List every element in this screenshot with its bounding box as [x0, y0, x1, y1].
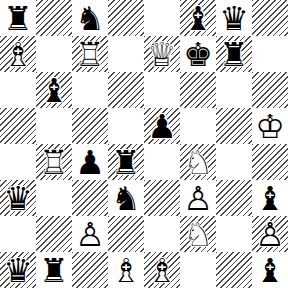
piece-halo: ♜ — [36, 144, 72, 180]
square-f1[interactable] — [180, 252, 216, 288]
square-e5[interactable]: ♟♟ — [144, 108, 180, 144]
piece-white-rook-c7: ♖ — [72, 36, 108, 72]
square-h3[interactable]: ♝♝ — [252, 180, 288, 216]
piece-halo: ♝ — [180, 0, 216, 36]
square-h1[interactable]: ♝♝ — [252, 252, 288, 288]
square-f2[interactable]: ♞♘ — [180, 216, 216, 252]
piece-white-pawn-h2: ♙ — [252, 216, 288, 252]
piece-black-queen-a1: ♛ — [0, 252, 36, 288]
square-f8[interactable]: ♝♝ — [180, 0, 216, 36]
piece-halo: ♝ — [108, 252, 144, 288]
piece-halo: ♜ — [216, 36, 252, 72]
square-d4[interactable]: ♜♜ — [108, 144, 144, 180]
square-a1[interactable]: ♛♛ — [0, 252, 36, 288]
square-d5[interactable] — [108, 108, 144, 144]
piece-halo: ♟ — [180, 180, 216, 216]
piece-white-knight-f4: ♘ — [180, 144, 216, 180]
square-e3[interactable] — [144, 180, 180, 216]
square-g5[interactable] — [216, 108, 252, 144]
square-h5[interactable]: ♚♔ — [252, 108, 288, 144]
square-c1[interactable] — [72, 252, 108, 288]
piece-black-pawn-c4: ♟ — [72, 144, 108, 180]
square-c6[interactable] — [72, 72, 108, 108]
piece-white-knight-f2: ♘ — [180, 216, 216, 252]
square-b8[interactable] — [36, 0, 72, 36]
piece-white-queen-e7: ♕ — [144, 36, 180, 72]
piece-halo: ♝ — [252, 180, 288, 216]
piece-halo: ♝ — [144, 252, 180, 288]
square-b1[interactable]: ♜♜ — [36, 252, 72, 288]
square-g8[interactable]: ♛♛ — [216, 0, 252, 36]
piece-white-bishop-a7: ♗ — [0, 36, 36, 72]
piece-black-bishop-h3: ♝ — [252, 180, 288, 216]
square-b3[interactable] — [36, 180, 72, 216]
square-e8[interactable] — [144, 0, 180, 36]
square-f3[interactable]: ♟♙ — [180, 180, 216, 216]
piece-halo: ♟ — [72, 216, 108, 252]
piece-halo: ♞ — [180, 144, 216, 180]
square-d8[interactable] — [108, 0, 144, 36]
square-c4[interactable]: ♟♟ — [72, 144, 108, 180]
piece-black-queen-g8: ♛ — [216, 0, 252, 36]
piece-halo: ♛ — [144, 36, 180, 72]
square-c7[interactable]: ♜♖ — [72, 36, 108, 72]
piece-halo: ♜ — [72, 36, 108, 72]
square-a2[interactable] — [0, 216, 36, 252]
piece-halo: ♞ — [108, 180, 144, 216]
piece-white-pawn-c2: ♙ — [72, 216, 108, 252]
piece-white-bishop-e1: ♗ — [144, 252, 180, 288]
piece-halo: ♜ — [0, 0, 36, 36]
piece-black-bishop-f8: ♝ — [180, 0, 216, 36]
square-a7[interactable]: ♝♗ — [0, 36, 36, 72]
piece-black-king-f7: ♚ — [180, 36, 216, 72]
square-f7[interactable]: ♚♚ — [180, 36, 216, 72]
square-c3[interactable] — [72, 180, 108, 216]
piece-black-knight-d3: ♞ — [108, 180, 144, 216]
piece-black-queen-a3: ♛ — [0, 180, 36, 216]
square-c5[interactable] — [72, 108, 108, 144]
square-d3[interactable]: ♞♞ — [108, 180, 144, 216]
piece-halo: ♜ — [108, 144, 144, 180]
square-g4[interactable] — [216, 144, 252, 180]
square-d1[interactable]: ♝♗ — [108, 252, 144, 288]
square-h4[interactable] — [252, 144, 288, 180]
square-g6[interactable] — [216, 72, 252, 108]
piece-black-rook-g7: ♜ — [216, 36, 252, 72]
square-b4[interactable]: ♜♖ — [36, 144, 72, 180]
square-h6[interactable] — [252, 72, 288, 108]
piece-halo: ♝ — [252, 252, 288, 288]
piece-halo: ♟ — [144, 108, 180, 144]
square-d7[interactable] — [108, 36, 144, 72]
piece-black-pawn-e5: ♟ — [144, 108, 180, 144]
piece-black-rook-b1: ♜ — [36, 252, 72, 288]
square-a8[interactable]: ♜♜ — [0, 0, 36, 36]
square-h7[interactable] — [252, 36, 288, 72]
square-e6[interactable] — [144, 72, 180, 108]
piece-halo: ♛ — [0, 180, 36, 216]
square-g2[interactable] — [216, 216, 252, 252]
square-d2[interactable] — [108, 216, 144, 252]
piece-black-knight-c8: ♞ — [72, 0, 108, 36]
chess-diagram: ♜♜♞♞♝♝♛♛♝♗♜♖♛♕♚♚♜♜♝♝♟♟♚♔♜♖♟♟♜♜♞♘♛♛♞♞♟♙♝♝… — [0, 0, 288, 288]
piece-black-bishop-h1: ♝ — [252, 252, 288, 288]
piece-halo: ♚ — [252, 108, 288, 144]
square-a3[interactable]: ♛♛ — [0, 180, 36, 216]
piece-black-bishop-b6: ♝ — [36, 72, 72, 108]
piece-black-rook-a8: ♜ — [0, 0, 36, 36]
piece-halo: ♜ — [36, 252, 72, 288]
square-g7[interactable]: ♜♜ — [216, 36, 252, 72]
piece-halo: ♚ — [180, 36, 216, 72]
square-a6[interactable] — [0, 72, 36, 108]
piece-halo: ♟ — [252, 216, 288, 252]
piece-halo: ♞ — [180, 216, 216, 252]
square-d6[interactable] — [108, 72, 144, 108]
piece-black-rook-d4: ♜ — [108, 144, 144, 180]
square-h8[interactable] — [252, 0, 288, 36]
square-c2[interactable]: ♟♙ — [72, 216, 108, 252]
square-b7[interactable] — [36, 36, 72, 72]
square-e7[interactable]: ♛♕ — [144, 36, 180, 72]
square-e1[interactable]: ♝♗ — [144, 252, 180, 288]
square-f4[interactable]: ♞♘ — [180, 144, 216, 180]
square-h2[interactable]: ♟♙ — [252, 216, 288, 252]
piece-halo: ♝ — [36, 72, 72, 108]
piece-halo: ♝ — [0, 36, 36, 72]
chess-board: ♜♜♞♞♝♝♛♛♝♗♜♖♛♕♚♚♜♜♝♝♟♟♚♔♜♖♟♟♜♜♞♘♛♛♞♞♟♙♝♝… — [0, 0, 288, 288]
square-b2[interactable] — [36, 216, 72, 252]
square-a4[interactable] — [0, 144, 36, 180]
square-f6[interactable] — [180, 72, 216, 108]
square-g3[interactable] — [216, 180, 252, 216]
piece-white-rook-b4: ♖ — [36, 144, 72, 180]
piece-halo: ♟ — [72, 144, 108, 180]
piece-halo: ♞ — [72, 0, 108, 36]
piece-white-king-h5: ♔ — [252, 108, 288, 144]
square-c8[interactable]: ♞♞ — [72, 0, 108, 36]
piece-white-bishop-d1: ♗ — [108, 252, 144, 288]
piece-halo: ♛ — [0, 252, 36, 288]
square-f5[interactable] — [180, 108, 216, 144]
square-a5[interactable] — [0, 108, 36, 144]
square-b5[interactable] — [36, 108, 72, 144]
square-b6[interactable]: ♝♝ — [36, 72, 72, 108]
piece-white-pawn-f3: ♙ — [180, 180, 216, 216]
piece-halo: ♛ — [216, 0, 252, 36]
square-e4[interactable] — [144, 144, 180, 180]
square-e2[interactable] — [144, 216, 180, 252]
square-g1[interactable] — [216, 252, 252, 288]
